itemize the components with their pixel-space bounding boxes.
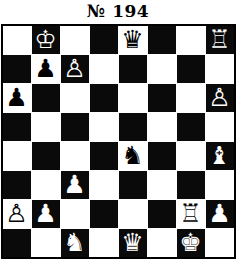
square-e3 (119, 171, 147, 199)
square-a4 (3, 142, 31, 170)
square-d4 (90, 142, 118, 170)
square-e8: ♛ (119, 26, 147, 54)
square-f8 (148, 26, 176, 54)
square-a2: ♙ (3, 200, 31, 228)
square-b4 (32, 142, 60, 170)
square-e6 (119, 84, 147, 112)
square-c3: ♟ (61, 171, 89, 199)
piece-black-pawn: ♟ (34, 56, 56, 81)
piece-white-pawn: ♟ (63, 172, 85, 197)
square-d8 (90, 26, 118, 54)
square-a7 (3, 55, 31, 83)
square-g2: ♖ (177, 200, 205, 228)
chess-diagram: № 194 ♔♛♖♟♙♟♙♞♝♟♙♟♖♟♞♛♚ (0, 0, 236, 259)
piece-black-king: ♔ (34, 27, 56, 52)
square-a6: ♟ (3, 84, 31, 112)
square-f5 (148, 113, 176, 141)
square-d7 (90, 55, 118, 83)
square-c7: ♙ (61, 55, 89, 83)
square-e1: ♛ (119, 229, 147, 257)
piece-white-bishop: ♝ (208, 143, 230, 168)
square-b5 (32, 113, 60, 141)
piece-black-pawn: ♙ (208, 85, 230, 110)
square-g6 (177, 84, 205, 112)
piece-white-pawn: ♟ (34, 201, 56, 226)
square-f4 (148, 142, 176, 170)
square-f2 (148, 200, 176, 228)
square-g1: ♚ (177, 229, 205, 257)
piece-white-rook: ♖ (179, 201, 201, 226)
square-c5 (61, 113, 89, 141)
square-g5 (177, 113, 205, 141)
square-c1: ♞ (61, 229, 89, 257)
diagram-title: № 194 (0, 0, 236, 24)
square-g3 (177, 171, 205, 199)
square-b8: ♔ (32, 26, 60, 54)
piece-black-queen: ♛ (121, 27, 143, 52)
square-h2: ♟ (206, 200, 234, 228)
square-h4: ♝ (206, 142, 234, 170)
square-g4 (177, 142, 205, 170)
square-e4: ♞ (119, 142, 147, 170)
square-c2 (61, 200, 89, 228)
square-c4 (61, 142, 89, 170)
square-h5 (206, 113, 234, 141)
square-f6 (148, 84, 176, 112)
square-a5 (3, 113, 31, 141)
square-f1 (148, 229, 176, 257)
square-a3 (3, 171, 31, 199)
square-e2 (119, 200, 147, 228)
square-d2 (90, 200, 118, 228)
square-f3 (148, 171, 176, 199)
piece-black-pawn: ♙ (63, 56, 85, 81)
square-f7 (148, 55, 176, 83)
square-a1 (3, 229, 31, 257)
square-h1 (206, 229, 234, 257)
square-d3 (90, 171, 118, 199)
square-d6 (90, 84, 118, 112)
square-h6: ♙ (206, 84, 234, 112)
square-d1 (90, 229, 118, 257)
square-a8 (3, 26, 31, 54)
square-g7 (177, 55, 205, 83)
square-g8 (177, 26, 205, 54)
square-e7 (119, 55, 147, 83)
piece-black-knight: ♞ (121, 143, 143, 168)
square-b2: ♟ (32, 200, 60, 228)
square-b3 (32, 171, 60, 199)
square-c8 (61, 26, 89, 54)
square-h7 (206, 55, 234, 83)
chess-board: ♔♛♖♟♙♟♙♞♝♟♙♟♖♟♞♛♚ (1, 24, 236, 259)
piece-black-pawn: ♟ (5, 85, 27, 110)
square-h8: ♖ (206, 26, 234, 54)
square-d5 (90, 113, 118, 141)
square-c6 (61, 84, 89, 112)
piece-white-knight: ♞ (63, 230, 85, 255)
square-b1 (32, 229, 60, 257)
square-h3 (206, 171, 234, 199)
square-b6 (32, 84, 60, 112)
piece-white-pawn: ♟ (208, 201, 230, 226)
piece-white-pawn: ♙ (5, 201, 27, 226)
square-b7: ♟ (32, 55, 60, 83)
piece-white-king: ♚ (179, 230, 201, 255)
piece-black-rook: ♖ (208, 27, 230, 52)
piece-white-queen: ♛ (121, 230, 143, 255)
square-e5 (119, 113, 147, 141)
